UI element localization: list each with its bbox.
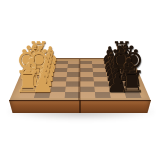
white-pawn[interactable]: ♟: [32, 71, 55, 96]
board-square[interactable]: [80, 92, 95, 98]
box-front-face: [9, 100, 151, 113]
box-front-seam: [79, 100, 81, 113]
black-rook[interactable]: ♜: [119, 67, 146, 97]
board-fold-seam: [78, 59, 80, 101]
product-photo-chess-set: ♜♞♝♛♚♝♞♜♟♟♟♟♟♟♟♟♟♟♟♟♟♟♟♟♜♞♝♛♚♝♞♜: [0, 0, 160, 160]
